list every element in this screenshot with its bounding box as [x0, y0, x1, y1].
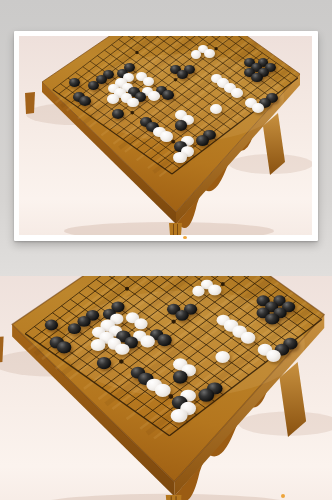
photo-frame-inner — [19, 36, 313, 236]
board-leg-front — [166, 495, 182, 500]
white-stone — [127, 98, 139, 108]
black-stone — [57, 342, 71, 354]
black-stone — [251, 73, 262, 82]
black-stone — [158, 335, 172, 347]
white-stone — [91, 339, 105, 351]
white-stone — [173, 152, 187, 163]
go-board-photo-zoomed — [0, 276, 332, 500]
black-stone — [79, 96, 91, 106]
black-stone — [162, 90, 174, 100]
hoshi-point — [120, 360, 123, 363]
go-board-photo — [19, 36, 312, 235]
white-stone — [107, 94, 119, 104]
black-stone — [196, 135, 209, 146]
black-stone — [265, 314, 279, 325]
hoshi-point — [221, 283, 224, 286]
watermark-dot — [281, 494, 285, 498]
white-stone — [192, 285, 205, 296]
white-stone — [231, 88, 243, 98]
black-stone — [175, 310, 188, 321]
white-stone — [191, 50, 202, 59]
hoshi-point — [126, 287, 129, 290]
white-stone — [208, 285, 221, 296]
white-stone — [160, 131, 173, 142]
black-stone — [177, 70, 188, 79]
hoshi-point — [172, 320, 175, 323]
board-leg-front — [169, 223, 182, 235]
hoshi-point — [215, 48, 217, 50]
zoomed-crop — [0, 276, 332, 500]
white-stone — [171, 409, 187, 423]
black-stone — [175, 120, 188, 130]
white-stone — [143, 77, 154, 86]
black-stone — [97, 357, 112, 369]
page-background: { "game": "go", "scene": { "description"… — [0, 0, 332, 500]
black-stone — [173, 371, 188, 384]
white-stone — [155, 384, 171, 397]
watermark-dot — [183, 236, 187, 239]
hoshi-point — [131, 111, 134, 114]
black-stone — [69, 78, 80, 87]
black-stone — [112, 109, 124, 119]
board-leg — [25, 92, 35, 114]
hoshi-point — [174, 78, 177, 81]
white-stone — [134, 318, 148, 329]
framed-photo — [14, 31, 318, 241]
black-stone — [44, 319, 57, 330]
black-stone — [198, 389, 214, 402]
white-stone — [241, 332, 255, 344]
white-stone — [115, 343, 129, 355]
white-stone — [148, 91, 160, 101]
hoshi-point — [136, 51, 138, 53]
white-stone — [204, 49, 215, 58]
white-stone — [141, 335, 155, 347]
